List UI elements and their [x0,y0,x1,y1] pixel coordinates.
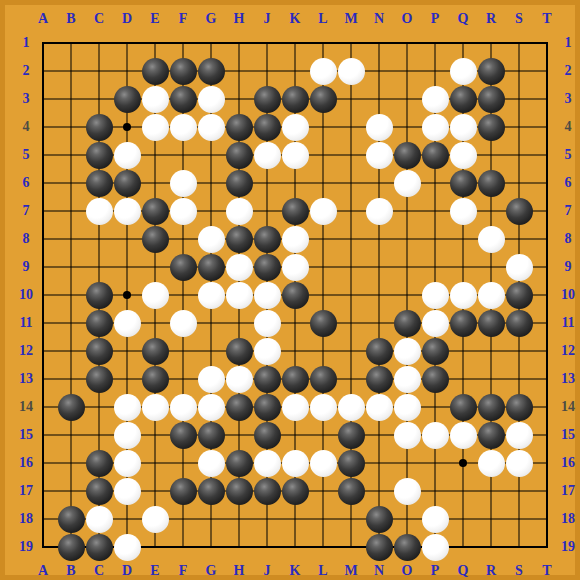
black-stone-d3[interactable] [114,86,141,113]
coord-bottom-t: T [533,563,561,579]
coord-right-16: 16 [554,455,580,471]
coord-right-13: 13 [554,371,580,387]
white-stone-q4[interactable] [450,114,477,141]
coord-right-11: 11 [554,315,580,331]
white-stone-d5[interactable] [114,142,141,169]
black-stone-e2[interactable] [142,58,169,85]
white-stone-d14[interactable] [114,394,141,421]
white-stone-l7[interactable] [310,198,337,225]
white-stone-g4[interactable] [198,114,225,141]
coord-right-8: 8 [554,231,580,247]
white-stone-d19[interactable] [114,534,141,561]
coord-right-7: 7 [554,203,580,219]
white-stone-d17[interactable] [114,478,141,505]
white-stone-h13[interactable] [226,366,253,393]
black-stone-p5[interactable] [422,142,449,169]
coord-bottom-s: S [505,563,533,579]
coord-bottom-g: G [197,563,225,579]
coord-bottom-d: D [113,563,141,579]
black-stone-j3[interactable] [254,86,281,113]
coord-top-s: S [505,11,533,27]
white-stone-g16[interactable] [198,450,225,477]
black-stone-n18[interactable] [366,506,393,533]
white-stone-e10[interactable] [142,282,169,309]
white-stone-e18[interactable] [142,506,169,533]
black-stone-k10[interactable] [282,282,309,309]
white-stone-q10[interactable] [450,282,477,309]
coord-left-11: 11 [12,315,40,331]
black-stone-r3[interactable] [478,86,505,113]
white-stone-j16[interactable] [254,450,281,477]
white-stone-p4[interactable] [422,114,449,141]
white-stone-n4[interactable] [366,114,393,141]
black-stone-f15[interactable] [170,422,197,449]
coord-top-d: D [113,11,141,27]
black-stone-h4[interactable] [226,114,253,141]
coord-right-9: 9 [554,259,580,275]
white-stone-n14[interactable] [366,394,393,421]
black-stone-c19[interactable] [86,534,113,561]
coord-left-10: 10 [12,287,40,303]
coord-left-6: 6 [12,175,40,191]
white-stone-l16[interactable] [310,450,337,477]
white-stone-o15[interactable] [394,422,421,449]
black-stone-f2[interactable] [170,58,197,85]
black-stone-o19[interactable] [394,534,421,561]
coord-top-j: J [253,11,281,27]
black-stone-n19[interactable] [366,534,393,561]
white-stone-q2[interactable] [450,58,477,85]
black-stone-k17[interactable] [282,478,309,505]
white-stone-j12[interactable] [254,338,281,365]
coord-right-14: 14 [554,399,580,415]
white-stone-d15[interactable] [114,422,141,449]
coord-top-c: C [85,11,113,27]
star-point-d10 [123,291,131,299]
coord-bottom-a: A [29,563,57,579]
white-stone-r8[interactable] [478,226,505,253]
white-stone-n7[interactable] [366,198,393,225]
white-stone-f11[interactable] [170,310,197,337]
coord-bottom-m: M [337,563,365,579]
black-stone-q6[interactable] [450,170,477,197]
coord-left-19: 19 [12,539,40,555]
black-stone-h6[interactable] [226,170,253,197]
coord-bottom-k: K [281,563,309,579]
coord-left-18: 18 [12,511,40,527]
black-stone-r15[interactable] [478,422,505,449]
black-stone-h14[interactable] [226,394,253,421]
white-stone-s16[interactable] [506,450,533,477]
coord-left-2: 2 [12,63,40,79]
black-stone-r4[interactable] [478,114,505,141]
coord-right-17: 17 [554,483,580,499]
coord-bottom-p: P [421,563,449,579]
coord-left-4: 4 [12,119,40,135]
coord-top-b: B [57,11,85,27]
black-stone-j14[interactable] [254,394,281,421]
black-stone-h12[interactable] [226,338,253,365]
white-stone-d11[interactable] [114,310,141,337]
black-stone-q14[interactable] [450,394,477,421]
black-stone-f17[interactable] [170,478,197,505]
coord-right-15: 15 [554,427,580,443]
black-stone-q3[interactable] [450,86,477,113]
white-stone-k5[interactable] [282,142,309,169]
black-stone-j4[interactable] [254,114,281,141]
coord-bottom-c: C [85,563,113,579]
black-stone-b14[interactable] [58,394,85,421]
white-stone-q15[interactable] [450,422,477,449]
coord-top-f: F [169,11,197,27]
black-stone-j9[interactable] [254,254,281,281]
black-stone-g2[interactable] [198,58,225,85]
coord-left-16: 16 [12,455,40,471]
coord-left-8: 8 [12,231,40,247]
black-stone-f9[interactable] [170,254,197,281]
coord-bottom-b: B [57,563,85,579]
white-stone-k9[interactable] [282,254,309,281]
coord-top-h: H [225,11,253,27]
black-stone-p13[interactable] [422,366,449,393]
white-stone-m2[interactable] [338,58,365,85]
white-stone-f4[interactable] [170,114,197,141]
black-stone-k7[interactable] [282,198,309,225]
black-stone-s7[interactable] [506,198,533,225]
black-stone-e7[interactable] [142,198,169,225]
black-stone-b18[interactable] [58,506,85,533]
white-stone-k4[interactable] [282,114,309,141]
coord-top-q: Q [449,11,477,27]
white-stone-l2[interactable] [310,58,337,85]
coord-left-14: 14 [12,399,40,415]
white-stone-g10[interactable] [198,282,225,309]
black-stone-r14[interactable] [478,394,505,421]
black-stone-e12[interactable] [142,338,169,365]
coord-left-12: 12 [12,343,40,359]
white-stone-g8[interactable] [198,226,225,253]
black-stone-p12[interactable] [422,338,449,365]
star-point-d4 [123,123,131,131]
goban: AABBCCDDEEFFGGHHJJKKLLMMNNOOPPQQRRSSTT11… [0,0,580,580]
coord-right-6: 6 [554,175,580,191]
coord-top-r: R [477,11,505,27]
coord-right-19: 19 [554,539,580,555]
black-stone-f3[interactable] [170,86,197,113]
white-stone-p15[interactable] [422,422,449,449]
white-stone-g13[interactable] [198,366,225,393]
coord-right-2: 2 [554,63,580,79]
black-stone-c4[interactable] [86,114,113,141]
black-stone-h16[interactable] [226,450,253,477]
white-stone-q7[interactable] [450,198,477,225]
coord-right-1: 1 [554,35,580,51]
coord-top-t: T [533,11,561,27]
white-stone-j5[interactable] [254,142,281,169]
black-stone-m17[interactable] [338,478,365,505]
black-stone-c10[interactable] [86,282,113,309]
white-stone-o13[interactable] [394,366,421,393]
white-stone-d16[interactable] [114,450,141,477]
coord-right-3: 3 [554,91,580,107]
coord-left-15: 15 [12,427,40,443]
black-stone-k3[interactable] [282,86,309,113]
coord-right-10: 10 [554,287,580,303]
black-stone-j15[interactable] [254,422,281,449]
black-stone-m16[interactable] [338,450,365,477]
black-stone-k13[interactable] [282,366,309,393]
white-stone-h9[interactable] [226,254,253,281]
coord-bottom-f: F [169,563,197,579]
coord-left-5: 5 [12,147,40,163]
black-stone-s11[interactable] [506,310,533,337]
black-stone-c13[interactable] [86,366,113,393]
black-stone-b19[interactable] [58,534,85,561]
white-stone-o14[interactable] [394,394,421,421]
black-stone-c17[interactable] [86,478,113,505]
coord-top-a: A [29,11,57,27]
black-stone-m15[interactable] [338,422,365,449]
coord-right-4: 4 [554,119,580,135]
white-stone-k14[interactable] [282,394,309,421]
white-stone-d7[interactable] [114,198,141,225]
black-stone-n12[interactable] [366,338,393,365]
coord-top-o: O [393,11,421,27]
black-stone-j17[interactable] [254,478,281,505]
coord-bottom-q: Q [449,563,477,579]
black-stone-l11[interactable] [310,310,337,337]
white-stone-p18[interactable] [422,506,449,533]
black-stone-n13[interactable] [366,366,393,393]
black-stone-o11[interactable] [394,310,421,337]
coord-top-m: M [337,11,365,27]
black-stone-r6[interactable] [478,170,505,197]
black-stone-d6[interactable] [114,170,141,197]
black-stone-e8[interactable] [142,226,169,253]
black-stone-e13[interactable] [142,366,169,393]
coord-left-9: 9 [12,259,40,275]
white-stone-n5[interactable] [366,142,393,169]
coord-top-k: K [281,11,309,27]
black-stone-c16[interactable] [86,450,113,477]
black-stone-j8[interactable] [254,226,281,253]
white-stone-j10[interactable] [254,282,281,309]
coord-bottom-h: H [225,563,253,579]
black-stone-r2[interactable] [478,58,505,85]
white-stone-g3[interactable] [198,86,225,113]
white-stone-e4[interactable] [142,114,169,141]
coord-top-p: P [421,11,449,27]
coord-left-1: 1 [12,35,40,51]
white-stone-f14[interactable] [170,394,197,421]
coord-bottom-l: L [309,563,337,579]
white-stone-k16[interactable] [282,450,309,477]
coord-left-17: 17 [12,483,40,499]
coord-left-13: 13 [12,371,40,387]
black-stone-s14[interactable] [506,394,533,421]
coord-top-e: E [141,11,169,27]
white-stone-o17[interactable] [394,478,421,505]
coord-top-n: N [365,11,393,27]
white-stone-q5[interactable] [450,142,477,169]
white-stone-e14[interactable] [142,394,169,421]
white-stone-h10[interactable] [226,282,253,309]
black-stone-c5[interactable] [86,142,113,169]
white-stone-j11[interactable] [254,310,281,337]
black-stone-c6[interactable] [86,170,113,197]
white-stone-l14[interactable] [310,394,337,421]
white-stone-s15[interactable] [506,422,533,449]
coord-top-g: G [197,11,225,27]
coord-right-12: 12 [554,343,580,359]
coord-bottom-o: O [393,563,421,579]
coord-bottom-e: E [141,563,169,579]
coord-bottom-n: N [365,563,393,579]
white-stone-r10[interactable] [478,282,505,309]
white-stone-c7[interactable] [86,198,113,225]
white-stone-f6[interactable] [170,170,197,197]
black-stone-h8[interactable] [226,226,253,253]
coord-left-7: 7 [12,203,40,219]
white-stone-k8[interactable] [282,226,309,253]
white-stone-r16[interactable] [478,450,505,477]
white-stone-p19[interactable] [422,534,449,561]
black-stone-l3[interactable] [310,86,337,113]
black-stone-g15[interactable] [198,422,225,449]
white-stone-h7[interactable] [226,198,253,225]
white-stone-c18[interactable] [86,506,113,533]
white-stone-p3[interactable] [422,86,449,113]
black-stone-c12[interactable] [86,338,113,365]
black-stone-h5[interactable] [226,142,253,169]
coord-left-3: 3 [12,91,40,107]
black-stone-s10[interactable] [506,282,533,309]
black-stone-h17[interactable] [226,478,253,505]
black-stone-g9[interactable] [198,254,225,281]
coord-bottom-j: J [253,563,281,579]
white-stone-o12[interactable] [394,338,421,365]
coord-right-18: 18 [554,511,580,527]
white-stone-o6[interactable] [394,170,421,197]
white-stone-g14[interactable] [198,394,225,421]
white-stone-s9[interactable] [506,254,533,281]
star-point-q16 [459,459,467,467]
white-stone-p11[interactable] [422,310,449,337]
white-stone-f7[interactable] [170,198,197,225]
coord-top-l: L [309,11,337,27]
coord-right-5: 5 [554,147,580,163]
coord-bottom-r: R [477,563,505,579]
black-stone-l13[interactable] [310,366,337,393]
black-stone-q11[interactable] [450,310,477,337]
black-stone-o5[interactable] [394,142,421,169]
white-stone-p10[interactable] [422,282,449,309]
black-stone-g17[interactable] [198,478,225,505]
white-stone-m14[interactable] [338,394,365,421]
white-stone-e3[interactable] [142,86,169,113]
black-stone-j13[interactable] [254,366,281,393]
black-stone-c11[interactable] [86,310,113,337]
black-stone-r11[interactable] [478,310,505,337]
